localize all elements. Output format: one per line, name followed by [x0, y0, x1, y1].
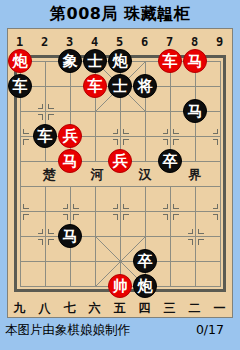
file-label: 2: [32, 35, 57, 49]
top-file-labels: 123456789: [7, 35, 233, 49]
piece-black[interactable]: 将: [133, 74, 157, 98]
file-label: 7: [157, 35, 182, 49]
file-label: 五: [107, 300, 132, 314]
bottom-file-labels: 九八七六五四三二一: [7, 300, 233, 314]
piece-red[interactable]: 兵: [108, 149, 132, 173]
file-label: 3: [57, 35, 82, 49]
piece-black[interactable]: 马: [58, 224, 82, 248]
file-label: 三: [157, 300, 182, 314]
file-label: 8: [182, 35, 207, 49]
piece-black[interactable]: 卒: [133, 249, 157, 273]
file-label: 1: [7, 35, 32, 49]
file-label: 一: [207, 300, 232, 314]
credit-text: 本图片由象棋娘娘制作: [5, 322, 130, 339]
board: 炮象士炮车马车车士将马车兵马兵卒马卒帅炮: [8, 49, 233, 299]
piece-black[interactable]: 卒: [158, 149, 182, 173]
file-label: 六: [82, 300, 107, 314]
piece-black[interactable]: 炮: [133, 274, 157, 298]
file-label: 5: [107, 35, 132, 49]
file-label: 七: [57, 300, 82, 314]
piece-black[interactable]: 象: [58, 49, 82, 73]
piece-red[interactable]: 马: [58, 149, 82, 173]
piece-black[interactable]: 车: [8, 74, 32, 98]
piece-black[interactable]: 炮: [108, 49, 132, 73]
file-label: 四: [132, 300, 157, 314]
xiangqi-puzzle-app: 第008局 珠藏韞柜 123456789 楚河汉界 炮象士炮车马车车士将马车兵马…: [0, 0, 240, 350]
file-label: 4: [82, 35, 107, 49]
file-label: 九: [7, 300, 32, 314]
file-label: 9: [207, 35, 232, 49]
piece-black[interactable]: 士: [108, 74, 132, 98]
piece-black[interactable]: 车: [33, 124, 57, 148]
piece-black[interactable]: 马: [183, 99, 207, 123]
piece-red[interactable]: 马: [183, 49, 207, 73]
piece-black[interactable]: 士: [83, 49, 107, 73]
piece-red[interactable]: 车: [158, 49, 182, 73]
piece-red[interactable]: 帅: [108, 274, 132, 298]
move-counter: 0/17: [196, 322, 224, 339]
piece-red[interactable]: 炮: [8, 49, 32, 73]
footer-bar: 本图片由象棋娘娘制作 0/17: [5, 322, 224, 339]
file-label: 八: [32, 300, 57, 314]
puzzle-title: 第008局 珠藏韞柜: [0, 4, 240, 25]
file-label: 6: [132, 35, 157, 49]
file-label: 二: [182, 300, 207, 314]
piece-red[interactable]: 车: [83, 74, 107, 98]
piece-red[interactable]: 兵: [58, 124, 82, 148]
